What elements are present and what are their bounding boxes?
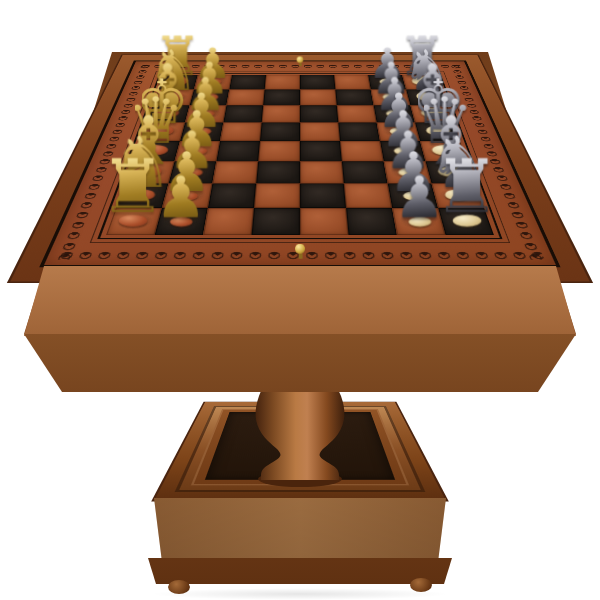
square[interactable]: [258, 141, 300, 161]
silver-pawn[interactable]: ♟: [395, 170, 443, 226]
gold-pawn[interactable]: ♟: [157, 170, 205, 226]
square[interactable]: [300, 105, 338, 122]
brass-pin-stem: [298, 254, 302, 259]
floor-shadow: [150, 588, 450, 600]
square[interactable]: [216, 141, 260, 161]
square[interactable]: [260, 122, 300, 141]
square[interactable]: [334, 75, 371, 90]
bun-foot-right: [410, 578, 432, 592]
piece-glyph: ♟: [394, 170, 445, 223]
square[interactable]: [300, 141, 342, 161]
bun-foot-left: [168, 580, 190, 594]
brass-pin-head: [297, 56, 304, 63]
square[interactable]: [338, 122, 380, 141]
square[interactable]: [262, 105, 300, 122]
square[interactable]: [263, 90, 300, 106]
square[interactable]: [300, 161, 344, 183]
square[interactable]: [344, 184, 392, 208]
square[interactable]: ♟: [392, 208, 445, 235]
square[interactable]: [346, 208, 397, 235]
square[interactable]: [340, 141, 384, 161]
square[interactable]: ♜: [106, 208, 162, 235]
square[interactable]: [300, 122, 340, 141]
square[interactable]: [265, 75, 300, 90]
square[interactable]: [229, 75, 266, 90]
silver-rook[interactable]: ♜: [443, 153, 491, 227]
brass-pin-head: [295, 244, 305, 254]
square[interactable]: [342, 161, 388, 183]
square[interactable]: [300, 208, 348, 235]
square[interactable]: [203, 208, 254, 235]
square[interactable]: [226, 90, 264, 106]
brass-pin-front: [295, 244, 305, 259]
square[interactable]: ♜: [438, 208, 494, 235]
square[interactable]: [256, 161, 300, 183]
square[interactable]: [300, 75, 335, 90]
chessboard[interactable]: ♜♟♟♜♞♟♟♞♝♟♟♝♚♟♟♚♛♟♟♛♝♟♟♝♞♟♟♞♜♟♟♜: [106, 75, 494, 235]
square[interactable]: [220, 122, 262, 141]
board-wood-frame: ♜♟♟♜♞♟♟♞♝♟♟♝♚♟♟♚♛♟♟♛♝♟♟♝♞♟♟♞♜♟♟♜: [10, 55, 589, 281]
square[interactable]: [212, 161, 258, 183]
square[interactable]: [254, 184, 300, 208]
square[interactable]: [252, 208, 300, 235]
square[interactable]: [335, 90, 373, 106]
square[interactable]: [300, 184, 346, 208]
square[interactable]: [337, 105, 377, 122]
square[interactable]: [208, 184, 256, 208]
lace-border-back: [139, 64, 462, 68]
piece-glyph: ♟: [155, 170, 206, 223]
square[interactable]: [300, 90, 337, 106]
square[interactable]: [223, 105, 263, 122]
square[interactable]: ♟: [155, 208, 208, 235]
chess-table-photo: ♜♟♟♜♞♟♟♞♝♟♟♝♚♟♟♚♛♟♟♛♝♟♟♝♞♟♟♞♜♟♟♜: [0, 0, 600, 600]
gold-rook[interactable]: ♜: [109, 153, 157, 227]
